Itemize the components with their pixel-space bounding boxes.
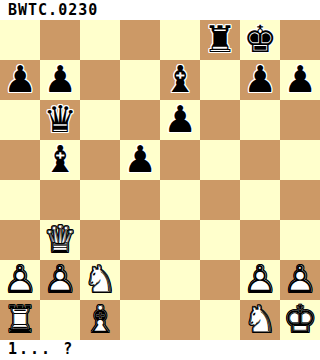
piece-black-bishop: ♝: [40, 140, 80, 180]
square-a6[interactable]: [0, 100, 40, 140]
square-b5[interactable]: ♝: [40, 140, 80, 180]
square-g3[interactable]: [240, 220, 280, 260]
piece-outline: ♙: [0, 260, 40, 300]
piece-outline: ♗: [80, 300, 120, 340]
piece-outline: ♘: [80, 260, 120, 300]
piece-black-pawn: ♟: [40, 60, 80, 100]
square-d5[interactable]: ♟: [120, 140, 160, 180]
square-a3[interactable]: [0, 220, 40, 260]
piece-black-pawn: ♟: [240, 60, 280, 100]
square-f6[interactable]: [200, 100, 240, 140]
square-h5[interactable]: [280, 140, 320, 180]
square-h7[interactable]: ♟: [280, 60, 320, 100]
piece-white-rook: ♜♖: [0, 300, 40, 340]
square-e7[interactable]: ♝: [160, 60, 200, 100]
square-e8[interactable]: [160, 20, 200, 60]
square-c5[interactable]: [80, 140, 120, 180]
square-d2[interactable]: [120, 260, 160, 300]
square-h8[interactable]: [280, 20, 320, 60]
square-g2[interactable]: ♟♙: [240, 260, 280, 300]
square-g1[interactable]: ♞♘: [240, 300, 280, 340]
piece-black-pawn: ♟: [120, 140, 160, 180]
square-c2[interactable]: ♞♘: [80, 260, 120, 300]
square-b3[interactable]: ♛♕: [40, 220, 80, 260]
piece-white-king: ♚♔: [280, 300, 320, 340]
square-f3[interactable]: [200, 220, 240, 260]
square-f5[interactable]: [200, 140, 240, 180]
piece-black-bishop: ♝: [160, 60, 200, 100]
square-a1[interactable]: ♜♖: [0, 300, 40, 340]
square-e4[interactable]: [160, 180, 200, 220]
piece-black-queen: ♛: [40, 100, 80, 140]
piece-black-pawn: ♟: [160, 100, 200, 140]
move-prompt: 1... ?: [0, 340, 320, 360]
square-b7[interactable]: ♟: [40, 60, 80, 100]
piece-outline: ♕: [40, 220, 80, 260]
square-f2[interactable]: [200, 260, 240, 300]
square-c1[interactable]: ♝♗: [80, 300, 120, 340]
square-d7[interactable]: [120, 60, 160, 100]
piece-white-bishop: ♝♗: [80, 300, 120, 340]
square-a8[interactable]: [0, 20, 40, 60]
chess-board: ♜♚♟♟♝♟♟♛♟♝♟♛♕♟♙♟♙♞♘♟♙♟♙♜♖♝♗♞♘♚♔: [0, 20, 320, 340]
square-h1[interactable]: ♚♔: [280, 300, 320, 340]
square-e3[interactable]: [160, 220, 200, 260]
piece-white-pawn: ♟♙: [280, 260, 320, 300]
square-d6[interactable]: [120, 100, 160, 140]
square-a2[interactable]: ♟♙: [0, 260, 40, 300]
square-b8[interactable]: [40, 20, 80, 60]
square-e2[interactable]: [160, 260, 200, 300]
square-g7[interactable]: ♟: [240, 60, 280, 100]
piece-outline: ♙: [40, 260, 80, 300]
piece-white-pawn: ♟♙: [0, 260, 40, 300]
square-d4[interactable]: [120, 180, 160, 220]
square-a4[interactable]: [0, 180, 40, 220]
square-c8[interactable]: [80, 20, 120, 60]
piece-white-knight: ♞♘: [240, 300, 280, 340]
piece-black-rook: ♜: [200, 20, 240, 60]
page: BWTC.0230 ♜♚♟♟♝♟♟♛♟♝♟♛♕♟♙♟♙♞♘♟♙♟♙♜♖♝♗♞♘♚…: [0, 0, 320, 360]
piece-black-pawn: ♟: [280, 60, 320, 100]
square-d3[interactable]: [120, 220, 160, 260]
square-e6[interactable]: ♟: [160, 100, 200, 140]
square-h3[interactable]: [280, 220, 320, 260]
piece-black-king: ♚: [240, 20, 280, 60]
piece-outline: ♖: [0, 300, 40, 340]
square-e1[interactable]: [160, 300, 200, 340]
square-a5[interactable]: [0, 140, 40, 180]
square-c3[interactable]: [80, 220, 120, 260]
piece-outline: ♔: [280, 300, 320, 340]
square-a7[interactable]: ♟: [0, 60, 40, 100]
piece-white-pawn: ♟♙: [240, 260, 280, 300]
piece-white-pawn: ♟♙: [40, 260, 80, 300]
square-b1[interactable]: [40, 300, 80, 340]
square-f7[interactable]: [200, 60, 240, 100]
piece-white-queen: ♛♕: [40, 220, 80, 260]
square-d1[interactable]: [120, 300, 160, 340]
square-g6[interactable]: [240, 100, 280, 140]
square-b2[interactable]: ♟♙: [40, 260, 80, 300]
square-e5[interactable]: [160, 140, 200, 180]
square-c4[interactable]: [80, 180, 120, 220]
piece-white-knight: ♞♘: [80, 260, 120, 300]
square-b4[interactable]: [40, 180, 80, 220]
page-title: BWTC.0230: [0, 0, 320, 20]
square-h2[interactable]: ♟♙: [280, 260, 320, 300]
square-g5[interactable]: [240, 140, 280, 180]
square-c7[interactable]: [80, 60, 120, 100]
square-c6[interactable]: [80, 100, 120, 140]
square-d8[interactable]: [120, 20, 160, 60]
square-h4[interactable]: [280, 180, 320, 220]
piece-outline: ♙: [240, 260, 280, 300]
piece-outline: ♙: [280, 260, 320, 300]
square-f8[interactable]: ♜: [200, 20, 240, 60]
square-b6[interactable]: ♛: [40, 100, 80, 140]
square-f4[interactable]: [200, 180, 240, 220]
square-h6[interactable]: [280, 100, 320, 140]
piece-black-pawn: ♟: [0, 60, 40, 100]
square-g4[interactable]: [240, 180, 280, 220]
piece-outline: ♘: [240, 300, 280, 340]
square-g8[interactable]: ♚: [240, 20, 280, 60]
square-f1[interactable]: [200, 300, 240, 340]
